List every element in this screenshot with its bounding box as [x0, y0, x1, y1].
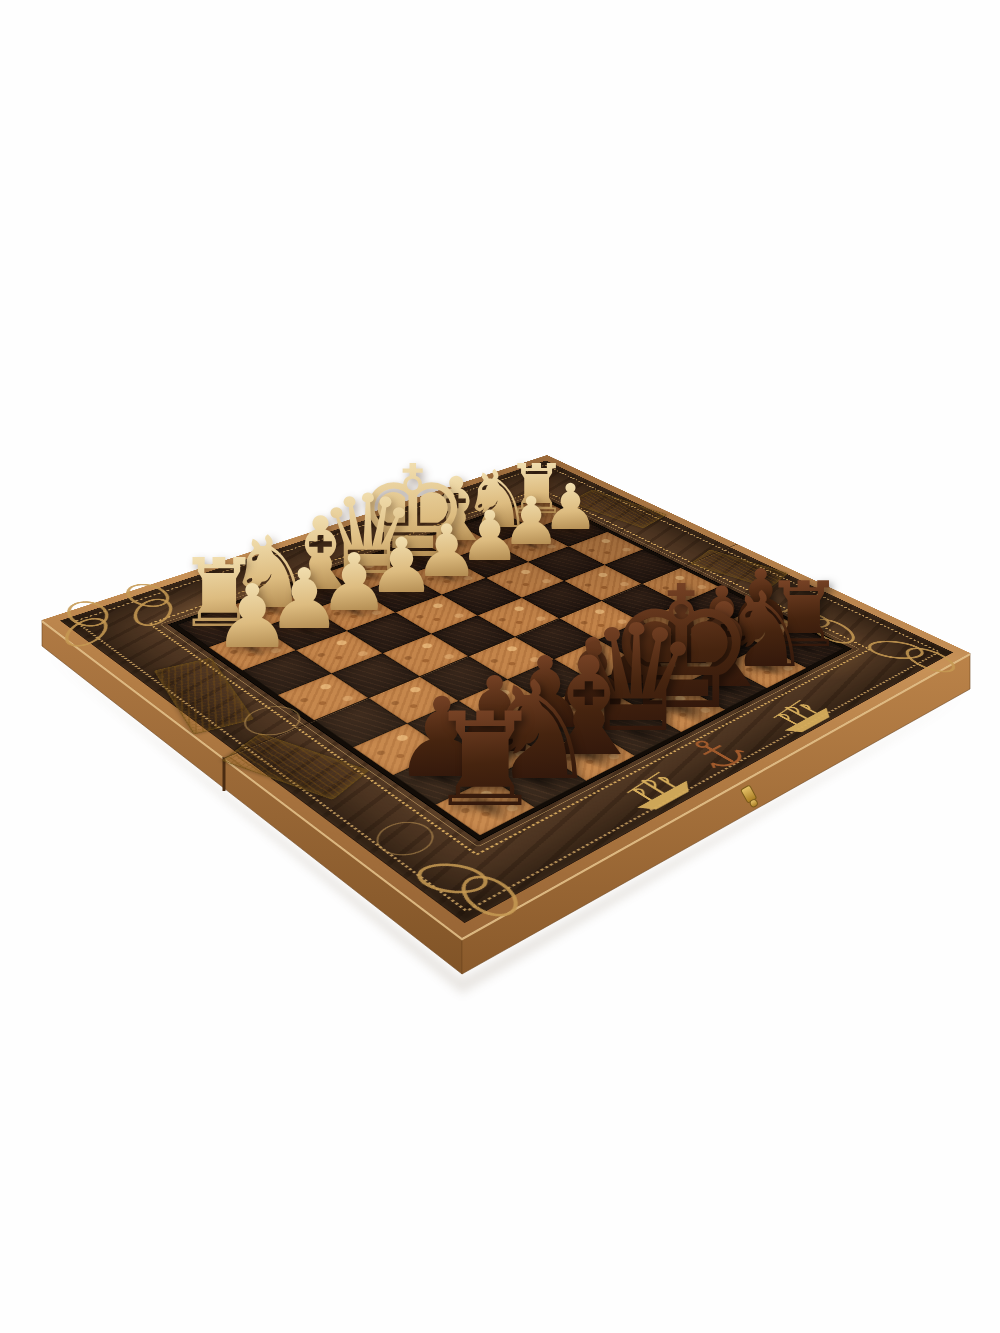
product-photo: ♜♞♝♛♚♝♞♜♟♟♟♟♟♟♟♟♟♟♟♟♟♟♟♟♜♞♝♛♚♝♞♜ [0, 0, 1000, 1333]
rope-knot [66, 598, 116, 647]
